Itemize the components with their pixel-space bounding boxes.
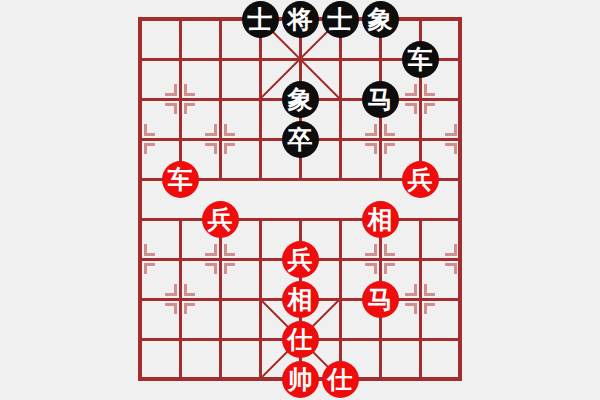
board-point-2-1 (200, 39, 240, 79)
board-point-2-2 (200, 79, 240, 119)
board-point-3-8 (240, 319, 280, 359)
board-point-2-8 (200, 319, 240, 359)
board-point-8-2 (440, 79, 480, 119)
board-point-4-5 (280, 199, 320, 239)
board-point-1-4: 车 (160, 159, 200, 199)
board-point-0-9 (120, 359, 160, 399)
board-point-6-5: 相 (360, 199, 400, 239)
board-point-7-9 (400, 359, 440, 399)
board-point-0-5 (120, 199, 160, 239)
piece-red-horse[interactable]: 马 (362, 281, 399, 318)
board-point-2-3 (200, 119, 240, 159)
board-point-0-2 (120, 79, 160, 119)
board-point-7-0 (400, 0, 440, 39)
board-point-0-0 (120, 0, 160, 39)
board-point-4-3: 卒 (280, 119, 320, 159)
piece-black-chariot[interactable]: 车 (402, 41, 439, 78)
board-point-5-4 (320, 159, 360, 199)
board-point-0-1 (120, 39, 160, 79)
board-point-2-7 (200, 279, 240, 319)
board-point-8-5 (440, 199, 480, 239)
board-point-3-5 (240, 199, 280, 239)
board-point-2-0 (200, 0, 240, 39)
board-point-6-3 (360, 119, 400, 159)
board-point-2-4 (200, 159, 240, 199)
xiangqi-app: 士将士象车象马卒车兵兵相兵相马仕帅仕 (0, 0, 600, 400)
board-point-5-6 (320, 239, 360, 279)
piece-black-elephant[interactable]: 象 (282, 81, 319, 118)
board-point-0-8 (120, 319, 160, 359)
board-point-4-6: 兵 (280, 239, 320, 279)
piece-red-soldier[interactable]: 兵 (402, 161, 439, 198)
board-point-3-4 (240, 159, 280, 199)
board-point-3-1 (240, 39, 280, 79)
board-point-5-0: 士 (320, 0, 360, 39)
board-point-4-7: 相 (280, 279, 320, 319)
board-point-1-1 (160, 39, 200, 79)
board-point-6-0: 象 (360, 0, 400, 39)
board-point-7-4: 兵 (400, 159, 440, 199)
board-point-0-7 (120, 279, 160, 319)
board-point-4-1 (280, 39, 320, 79)
board-point-8-9 (440, 359, 480, 399)
board-point-1-5 (160, 199, 200, 239)
piece-red-general[interactable]: 帅 (282, 361, 319, 398)
board-point-3-0: 士 (240, 0, 280, 39)
board-point-8-8 (440, 319, 480, 359)
pieces-grid: 士将士象车象马卒车兵兵相兵相马仕帅仕 (120, 0, 480, 399)
board-point-0-3 (120, 119, 160, 159)
board-point-5-3 (320, 119, 360, 159)
board-point-2-5: 兵 (200, 199, 240, 239)
board-point-8-7 (440, 279, 480, 319)
board-point-1-6 (160, 239, 200, 279)
board-point-5-7 (320, 279, 360, 319)
board-point-6-1 (360, 39, 400, 79)
board-point-4-8: 仕 (280, 319, 320, 359)
board-point-7-5 (400, 199, 440, 239)
board-point-1-9 (160, 359, 200, 399)
board-point-0-4 (120, 159, 160, 199)
board-point-2-6 (200, 239, 240, 279)
board-point-3-3 (240, 119, 280, 159)
piece-red-advisor[interactable]: 仕 (322, 361, 359, 398)
board-point-8-0 (440, 0, 480, 39)
board-point-7-6 (400, 239, 440, 279)
piece-black-advisor[interactable]: 士 (242, 1, 279, 38)
piece-red-elephant[interactable]: 相 (282, 281, 319, 318)
piece-red-elephant[interactable]: 相 (362, 201, 399, 238)
piece-red-chariot[interactable]: 车 (162, 161, 199, 198)
board-point-6-2: 马 (360, 79, 400, 119)
piece-red-soldier[interactable]: 兵 (202, 201, 239, 238)
board-point-5-1 (320, 39, 360, 79)
board-point-4-4 (280, 159, 320, 199)
board-point-6-4 (360, 159, 400, 199)
board-point-6-8 (360, 319, 400, 359)
board-point-3-6 (240, 239, 280, 279)
board-point-6-7: 马 (360, 279, 400, 319)
board-point-8-3 (440, 119, 480, 159)
piece-black-general[interactable]: 将 (282, 1, 319, 38)
board-point-6-6 (360, 239, 400, 279)
board-point-0-6 (120, 239, 160, 279)
board-point-7-3 (400, 119, 440, 159)
board-point-1-0 (160, 0, 200, 39)
board-point-3-7 (240, 279, 280, 319)
board-point-1-8 (160, 319, 200, 359)
board-point-7-2 (400, 79, 440, 119)
board-point-1-3 (160, 119, 200, 159)
board-point-3-2 (240, 79, 280, 119)
piece-red-soldier[interactable]: 兵 (282, 241, 319, 278)
board-point-4-2: 象 (280, 79, 320, 119)
board-point-5-2 (320, 79, 360, 119)
piece-black-horse[interactable]: 马 (362, 81, 399, 118)
board-point-5-5 (320, 199, 360, 239)
board-point-7-8 (400, 319, 440, 359)
board-point-8-1 (440, 39, 480, 79)
board-point-8-6 (440, 239, 480, 279)
board-point-5-9: 仕 (320, 359, 360, 399)
piece-black-soldier[interactable]: 卒 (282, 121, 319, 158)
board-point-6-9 (360, 359, 400, 399)
piece-black-elephant[interactable]: 象 (362, 1, 399, 38)
piece-black-advisor[interactable]: 士 (322, 1, 359, 38)
board-point-4-0: 将 (280, 0, 320, 39)
board-point-7-7 (400, 279, 440, 319)
board-point-4-9: 帅 (280, 359, 320, 399)
board-point-7-1: 车 (400, 39, 440, 79)
board-point-3-9 (240, 359, 280, 399)
board-point-5-8 (320, 319, 360, 359)
board-point-1-2 (160, 79, 200, 119)
board-point-1-7 (160, 279, 200, 319)
piece-red-advisor[interactable]: 仕 (282, 321, 319, 358)
board-point-2-9 (200, 359, 240, 399)
board-point-8-4 (440, 159, 480, 199)
